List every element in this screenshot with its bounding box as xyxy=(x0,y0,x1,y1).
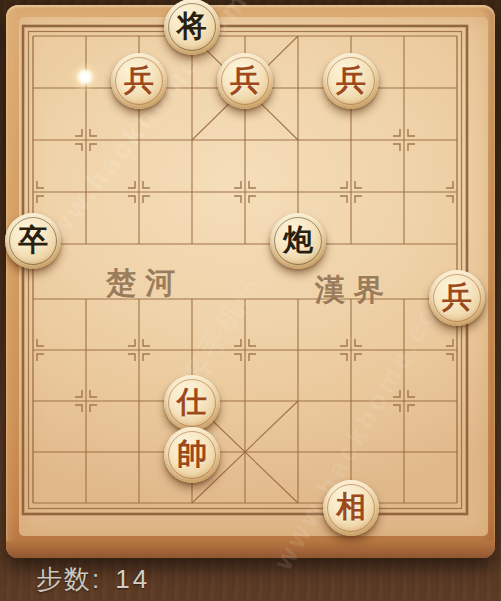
piece-red-soldier[interactable]: 兵 xyxy=(111,53,167,109)
piece-glyph: 兵 xyxy=(124,65,154,95)
piece-glyph: 兵 xyxy=(442,282,472,312)
piece-red-advisor[interactable]: 仕 xyxy=(164,375,220,431)
piece-red-soldier[interactable]: 兵 xyxy=(217,53,273,109)
river-label-left: 楚河 xyxy=(106,263,184,304)
river-label-right: 漢界 xyxy=(315,270,393,311)
piece-glyph: 将 xyxy=(177,11,207,41)
piece-glyph: 相 xyxy=(336,492,366,522)
piece-red-soldier[interactable]: 兵 xyxy=(429,270,485,326)
piece-black-soldier[interactable]: 卒 xyxy=(5,213,61,269)
piece-glyph: 仕 xyxy=(177,387,207,417)
piece-glyph: 兵 xyxy=(230,65,260,95)
piece-red-general[interactable]: 帥 xyxy=(164,427,220,483)
piece-black-general[interactable]: 将 xyxy=(164,0,220,55)
step-counter-value: 14 xyxy=(115,564,150,594)
piece-glyph: 炮 xyxy=(283,225,313,255)
piece-red-soldier[interactable]: 兵 xyxy=(323,53,379,109)
piece-red-elephant[interactable]: 相 xyxy=(323,480,379,536)
piece-glyph: 兵 xyxy=(336,65,366,95)
piece-glyph: 卒 xyxy=(18,225,48,255)
step-counter-label: 步数: xyxy=(36,564,101,594)
step-counter: 步数:14 xyxy=(36,562,150,597)
piece-glyph: 帥 xyxy=(177,439,207,469)
piece-black-cannon[interactable]: 炮 xyxy=(270,213,326,269)
